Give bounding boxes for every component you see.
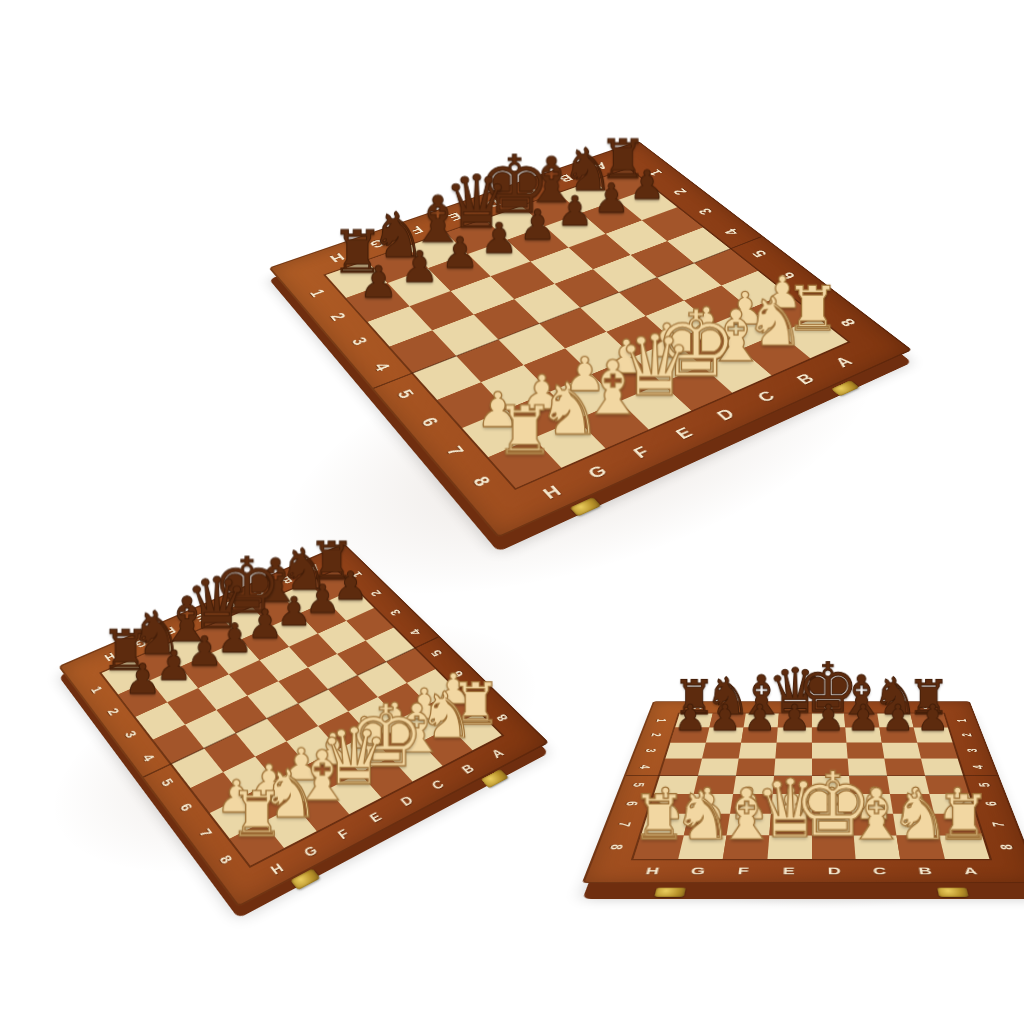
square-B4[interactable] <box>631 241 694 277</box>
black-king-glyph: ♚ <box>798 654 859 722</box>
black-bishop-glyph: ♝ <box>838 668 887 722</box>
square-B3[interactable] <box>606 220 668 255</box>
black-pawn-glyph: ♟ <box>847 700 879 736</box>
rank-label-5: 5 <box>730 236 792 270</box>
square-E2[interactable]: ♟ <box>776 728 811 743</box>
file-label-G: G <box>348 227 407 261</box>
square-A3[interactable] <box>642 207 703 241</box>
square-G1[interactable]: ♞ <box>709 714 745 728</box>
black-bishop-glyph: ♝ <box>523 149 579 211</box>
black-pawn-glyph: ♟ <box>333 568 368 607</box>
square-B4[interactable] <box>337 641 386 675</box>
black-pawn-glyph: ♟ <box>917 700 949 736</box>
square-D1[interactable]: ♚ <box>812 714 846 728</box>
chess-set-view-3: HGFEDCBAHGFEDCBA1234567812345678♜♞♝♛♚♝♞♜… <box>624 588 999 963</box>
black-knight-glyph: ♞ <box>369 204 425 267</box>
square-C2[interactable]: ♟ <box>545 213 606 247</box>
black-pawn-glyph: ♟ <box>480 218 518 260</box>
black-rook-glyph: ♜ <box>101 623 151 679</box>
square-A8[interactable]: ♜ <box>939 836 989 860</box>
square-A1[interactable]: ♜ <box>594 169 653 201</box>
rank-label-3: 3 <box>374 597 420 628</box>
square-D2[interactable]: ♟ <box>241 627 289 661</box>
rank-label-2: 2 <box>652 176 710 207</box>
square-C1[interactable]: ♝ <box>844 714 879 728</box>
square-B1[interactable]: ♞ <box>281 582 327 614</box>
rank-label-1: 1 <box>628 158 685 188</box>
black-pawn-glyph: ♟ <box>276 592 312 632</box>
board-bottom-left-perspective-view: HGFEDCBAHGFEDCBA1234567812345678♜♞♝♛♚♝♞♜… <box>58 543 549 907</box>
black-bishop-glyph: ♝ <box>737 668 786 722</box>
square-D2[interactable]: ♟ <box>507 227 568 262</box>
file-label-B: B <box>875 701 910 713</box>
black-rook-glyph: ♜ <box>907 674 950 722</box>
black-pawn-glyph: ♟ <box>247 605 283 645</box>
file-label-D: D <box>464 188 522 219</box>
file-label-D: D <box>207 590 252 620</box>
rank-label-1: 1 <box>943 714 981 727</box>
black-knight-glyph: ♞ <box>705 670 751 722</box>
file-label-G: G <box>118 627 164 659</box>
square-A1[interactable]: ♜ <box>309 570 355 601</box>
file-label-F: F <box>148 615 193 646</box>
square-G2[interactable]: ♟ <box>388 268 451 306</box>
file-label-E: E <box>426 201 484 233</box>
rank-label-4: 4 <box>957 759 1000 775</box>
black-knight-glyph: ♞ <box>130 605 184 665</box>
black-pawn-glyph: ♟ <box>217 618 253 658</box>
square-C2[interactable]: ♟ <box>270 614 318 647</box>
square-D4[interactable] <box>554 270 618 308</box>
white-rook-glyph: ♜ <box>494 397 555 465</box>
rank-label-2: 2 <box>355 578 400 608</box>
board-bottom-right-front-view: HGFEDCBAHGFEDCBA1234567812345678♜♞♝♛♚♝♞♜… <box>582 701 1024 883</box>
rank-label-1: 1 <box>336 560 380 589</box>
black-bishop-glyph: ♝ <box>408 187 466 252</box>
black-pawn-glyph: ♟ <box>187 632 224 673</box>
square-F2[interactable]: ♟ <box>181 653 229 688</box>
square-B3[interactable] <box>882 742 921 758</box>
black-pawn-glyph: ♟ <box>556 191 593 232</box>
black-pawn-glyph: ♟ <box>778 700 810 736</box>
square-F2[interactable]: ♟ <box>429 254 491 291</box>
square-E1[interactable]: ♛ <box>446 219 507 254</box>
chess-set-view-1: HGFEDCBAHGFEDCBA1234567812345678♜♞♝♛♚♝♞♜… <box>347 75 812 540</box>
file-label-F: F <box>388 214 447 247</box>
file-label-E: E <box>178 602 223 633</box>
black-rook-glyph: ♜ <box>330 222 383 281</box>
rank-label-1: 1 <box>642 714 680 727</box>
black-pawn-glyph: ♟ <box>156 645 193 686</box>
black-pawn-glyph: ♟ <box>441 231 479 274</box>
black-king-glyph: ♚ <box>478 145 550 225</box>
square-A4[interactable] <box>667 228 730 263</box>
rank-label-2: 2 <box>947 728 987 742</box>
square-A5[interactable] <box>386 648 435 683</box>
square-H4[interactable] <box>660 758 702 775</box>
square-A2[interactable]: ♟ <box>327 589 374 621</box>
rank-label-3: 3 <box>630 743 671 758</box>
black-rook-glyph: ♜ <box>673 674 716 722</box>
square-D2[interactable]: ♟ <box>812 728 847 743</box>
square-A2[interactable]: ♟ <box>914 728 953 743</box>
black-pawn-glyph: ♟ <box>305 580 340 619</box>
black-pawn-glyph: ♟ <box>743 700 775 736</box>
square-D3[interactable] <box>259 647 308 682</box>
square-C2[interactable]: ♟ <box>846 728 882 743</box>
black-pawn-glyph: ♟ <box>593 178 629 219</box>
file-labels-top: HGFEDCBA <box>87 554 336 673</box>
file-label-H: H <box>680 701 716 713</box>
square-B3[interactable] <box>318 621 366 654</box>
black-queen-glyph: ♛ <box>443 165 509 238</box>
square-F1[interactable]: ♝ <box>743 714 778 728</box>
page-background: { "game": "chess", "scene": "folding woo… <box>0 0 1024 1024</box>
square-C3[interactable] <box>568 234 630 270</box>
square-E2[interactable]: ♟ <box>211 640 259 674</box>
black-knight-glyph: ♞ <box>561 140 614 199</box>
black-bishop-glyph: ♝ <box>248 552 302 613</box>
rank-label-2: 2 <box>636 728 676 742</box>
square-C4[interactable] <box>593 255 657 292</box>
square-F1[interactable]: ♝ <box>407 233 468 269</box>
file-labels-top: HGFEDCBA <box>307 152 628 276</box>
square-A5[interactable] <box>694 249 758 286</box>
file-label-G: G <box>713 701 748 713</box>
square-A3[interactable] <box>346 608 394 641</box>
chess-set-view-2: HGFEDCBAHGFEDCBA1234567812345678♜♞♝♛♚♝♞♜… <box>120 526 475 881</box>
black-pawn-glyph: ♟ <box>358 260 397 304</box>
file-label-B: B <box>537 163 594 193</box>
rank-label-3: 3 <box>677 195 736 227</box>
black-pawn-glyph: ♟ <box>124 659 161 701</box>
square-D3[interactable] <box>530 248 593 285</box>
white-rook-glyph: ♜ <box>936 787 992 849</box>
black-king-glyph: ♚ <box>212 548 281 625</box>
square-H3[interactable] <box>665 742 705 758</box>
rank-label-4: 4 <box>394 616 440 647</box>
board-top-perspective-view: HGFEDCBAHGFEDCBA1234567812345678♜♞♝♛♚♝♞♜… <box>268 141 912 538</box>
black-rook-glyph: ♜ <box>308 535 355 588</box>
file-label-B: B <box>264 565 308 594</box>
black-rook-glyph: ♜ <box>599 132 647 186</box>
file-label-C: C <box>843 701 877 713</box>
square-C1[interactable]: ♝ <box>522 193 582 226</box>
file-label-A: A <box>572 152 628 181</box>
black-bishop-glyph: ♝ <box>159 589 215 651</box>
black-pawn-glyph: ♟ <box>519 204 556 246</box>
square-E1[interactable]: ♛ <box>777 714 811 728</box>
black-pawn-glyph: ♟ <box>674 700 706 736</box>
square-A2[interactable]: ♟ <box>617 188 677 221</box>
file-label-F: F <box>746 701 780 713</box>
file-label-A: A <box>292 554 336 583</box>
black-knight-glyph: ♞ <box>278 542 329 599</box>
file-label-E: E <box>779 701 812 713</box>
square-B2[interactable]: ♟ <box>299 601 346 633</box>
square-H2[interactable]: ♟ <box>670 728 709 743</box>
square-E2[interactable]: ♟ <box>468 240 530 276</box>
file-label-C: C <box>236 577 281 607</box>
square-G1[interactable]: ♞ <box>133 646 181 681</box>
rank-label-3: 3 <box>952 743 993 758</box>
playing-area: ♜♞♝♛♚♝♞♜♟♟♟♟♟♟♟♟♟♟♟♟♟♟♟♟♜♞♝♛♚♝♞♜ <box>102 570 502 865</box>
brass-clasp-icon <box>937 888 969 897</box>
rank-label-4: 4 <box>703 215 763 248</box>
square-C4[interactable] <box>308 654 357 689</box>
square-G3[interactable] <box>702 742 741 758</box>
square-E1[interactable]: ♛ <box>194 620 241 653</box>
square-B2[interactable]: ♟ <box>880 728 918 743</box>
file-label-C: C <box>501 175 558 206</box>
black-pawn-glyph: ♟ <box>629 165 665 205</box>
square-C1[interactable]: ♝ <box>252 595 299 627</box>
square-D1[interactable]: ♚ <box>223 607 270 640</box>
brass-clasp-icon <box>654 888 686 897</box>
square-F1[interactable]: ♝ <box>164 633 212 667</box>
rank-label-4: 4 <box>623 759 666 775</box>
file-labels-top: HGFEDCBA <box>680 701 944 713</box>
white-rook-glyph: ♜ <box>229 783 285 845</box>
square-A4[interactable] <box>366 628 414 662</box>
square-G1[interactable]: ♞ <box>367 247 429 283</box>
square-G2[interactable]: ♟ <box>150 667 199 703</box>
square-D4[interactable] <box>278 668 327 704</box>
square-B1[interactable]: ♞ <box>877 714 913 728</box>
square-A3[interactable] <box>917 742 957 758</box>
square-B1[interactable]: ♞ <box>558 181 617 213</box>
square-F3[interactable] <box>738 742 776 758</box>
square-D1[interactable]: ♚ <box>484 206 544 240</box>
square-H1[interactable]: ♜ <box>675 714 712 728</box>
square-C3[interactable] <box>289 634 337 668</box>
square-A4[interactable] <box>921 758 963 775</box>
square-E3[interactable] <box>229 660 278 695</box>
black-pawn-glyph: ♟ <box>882 700 914 736</box>
black-queen-glyph: ♛ <box>186 567 249 638</box>
file-label-D: D <box>812 701 845 713</box>
square-G2[interactable]: ♟ <box>706 728 744 743</box>
square-F2[interactable]: ♟ <box>741 728 777 743</box>
black-pawn-glyph: ♟ <box>400 246 439 289</box>
black-queen-glyph: ♛ <box>767 660 823 722</box>
black-knight-glyph: ♞ <box>872 670 918 722</box>
square-B2[interactable]: ♟ <box>581 200 641 234</box>
playing-area: ♜♞♝♛♚♝♞♜♟♟♟♟♟♟♟♟♟♟♟♟♟♟♟♟♜♞♝♛♚♝♞♜ <box>634 714 990 859</box>
file-label-A: A <box>907 701 943 713</box>
black-pawn-glyph: ♟ <box>813 700 845 736</box>
square-A1[interactable]: ♜ <box>910 714 947 728</box>
square-E3[interactable] <box>491 262 554 299</box>
black-pawn-glyph: ♟ <box>709 700 741 736</box>
